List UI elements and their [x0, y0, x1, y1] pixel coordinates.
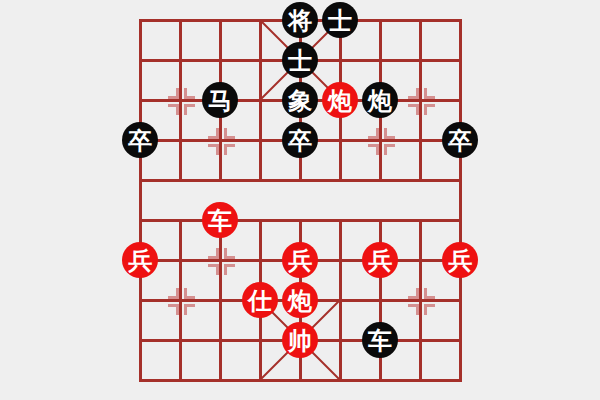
xiangqi-board: 将士士马象炮炮卒卒卒车兵兵兵兵仕炮帅车: [140, 20, 460, 380]
position-marker: [408, 304, 419, 315]
position-marker: [208, 144, 219, 155]
position-marker: [368, 128, 379, 139]
grid-line-file-0: [139, 19, 142, 382]
position-marker: [384, 144, 395, 155]
piece-black-horse[interactable]: 马: [202, 82, 238, 118]
piece-black-general[interactable]: 将: [282, 2, 318, 38]
position-marker: [424, 104, 435, 115]
piece-black-soldier[interactable]: 卒: [442, 122, 478, 158]
position-marker: [208, 128, 219, 139]
piece-black-chariot[interactable]: 车: [362, 322, 398, 358]
piece-red-soldier[interactable]: 兵: [442, 242, 478, 278]
piece-red-advisor[interactable]: 仕: [242, 282, 278, 318]
piece-red-soldier[interactable]: 兵: [362, 242, 398, 278]
piece-black-cannon[interactable]: 炮: [362, 82, 398, 118]
position-marker: [168, 104, 179, 115]
grid-line-file-7-top: [419, 19, 422, 182]
piece-red-general[interactable]: 帅: [282, 322, 318, 358]
piece-red-cannon[interactable]: 炮: [282, 282, 318, 318]
piece-black-advisor[interactable]: 士: [282, 42, 318, 78]
grid-line-file-5-bottom: [339, 219, 342, 382]
position-marker: [184, 104, 195, 115]
grid-line-file-2-bottom: [219, 219, 222, 382]
grid-line-file-1-bottom: [179, 219, 182, 382]
position-marker: [384, 128, 395, 139]
position-marker: [224, 248, 235, 259]
position-marker: [184, 288, 195, 299]
position-marker: [168, 304, 179, 315]
position-marker: [424, 88, 435, 99]
piece-red-soldier[interactable]: 兵: [282, 242, 318, 278]
grid-line-file-3-top: [259, 19, 262, 182]
piece-red-cannon[interactable]: 炮: [322, 82, 358, 118]
grid-line-file-1-top: [179, 19, 182, 182]
position-marker: [184, 304, 195, 315]
position-marker: [224, 128, 235, 139]
position-marker: [168, 88, 179, 99]
position-marker: [208, 264, 219, 275]
position-marker: [224, 264, 235, 275]
position-marker: [424, 288, 435, 299]
piece-red-soldier[interactable]: 兵: [122, 242, 158, 278]
grid-line-file-8: [459, 19, 462, 382]
position-marker: [424, 304, 435, 315]
piece-black-advisor[interactable]: 士: [322, 2, 358, 38]
position-marker: [408, 88, 419, 99]
position-marker: [368, 144, 379, 155]
piece-black-soldier[interactable]: 卒: [282, 122, 318, 158]
position-marker: [408, 104, 419, 115]
piece-black-soldier[interactable]: 卒: [122, 122, 158, 158]
position-marker: [208, 248, 219, 259]
position-marker: [184, 88, 195, 99]
position-marker: [168, 288, 179, 299]
piece-red-chariot[interactable]: 车: [202, 202, 238, 238]
grid-line-file-7-bottom: [419, 219, 422, 382]
position-marker: [408, 288, 419, 299]
piece-black-elephant[interactable]: 象: [282, 82, 318, 118]
position-marker: [224, 144, 235, 155]
xiangqi-app-background: 将士士马象炮炮卒卒卒车兵兵兵兵仕炮帅车: [0, 0, 600, 400]
